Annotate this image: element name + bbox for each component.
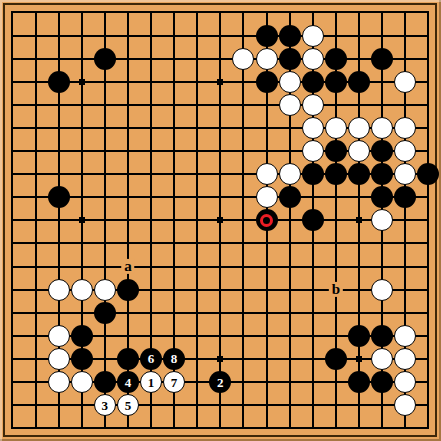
- white-stone[interactable]: [256, 186, 278, 208]
- black-stone[interactable]: [371, 371, 393, 393]
- white-stone[interactable]: [394, 140, 416, 162]
- black-stone[interactable]: [371, 163, 393, 185]
- white-stone[interactable]: [302, 48, 324, 70]
- white-stone[interactable]: [394, 163, 416, 185]
- white-stone[interactable]: [371, 117, 393, 139]
- star-point: [79, 217, 85, 223]
- black-stone[interactable]: [325, 163, 347, 185]
- move-number: 2: [217, 376, 224, 389]
- white-stone[interactable]: [48, 279, 70, 301]
- white-stone[interactable]: [279, 71, 301, 93]
- black-stone[interactable]: [325, 348, 347, 370]
- move-number: 7: [171, 376, 178, 389]
- white-stone[interactable]: [256, 163, 278, 185]
- move-number: 5: [125, 399, 132, 412]
- black-stone[interactable]: [302, 71, 324, 93]
- white-stone[interactable]: [48, 371, 70, 393]
- white-stone[interactable]: [302, 25, 324, 47]
- red-circle-marker: [260, 214, 273, 227]
- black-stone[interactable]: [279, 48, 301, 70]
- move-number: 8: [171, 352, 178, 365]
- white-stone[interactable]: [371, 209, 393, 231]
- white-stone[interactable]: 7: [163, 371, 185, 393]
- white-stone[interactable]: 5: [117, 394, 139, 416]
- white-stone[interactable]: [232, 48, 254, 70]
- black-stone[interactable]: [417, 163, 439, 185]
- black-stone[interactable]: [279, 25, 301, 47]
- black-stone[interactable]: [325, 140, 347, 162]
- black-stone[interactable]: [256, 25, 278, 47]
- white-stone[interactable]: [325, 117, 347, 139]
- black-stone[interactable]: [325, 71, 347, 93]
- black-stone[interactable]: [371, 325, 393, 347]
- black-stone[interactable]: [371, 140, 393, 162]
- black-stone[interactable]: [348, 325, 370, 347]
- go-board-diagram: 68417235ab: [0, 0, 441, 441]
- black-stone[interactable]: [394, 186, 416, 208]
- star-point: [79, 79, 85, 85]
- white-stone[interactable]: 1: [140, 371, 162, 393]
- white-stone[interactable]: [348, 117, 370, 139]
- black-stone[interactable]: [48, 71, 70, 93]
- white-stone[interactable]: [279, 94, 301, 116]
- white-stone[interactable]: [394, 325, 416, 347]
- black-stone[interactable]: [117, 348, 139, 370]
- grid-line-vertical: [427, 11, 429, 429]
- move-number: 4: [125, 376, 132, 389]
- label-b[interactable]: b: [329, 281, 343, 296]
- move-number: 6: [148, 352, 155, 365]
- white-stone[interactable]: [48, 325, 70, 347]
- white-stone[interactable]: [394, 348, 416, 370]
- black-stone[interactable]: [256, 209, 278, 231]
- white-stone[interactable]: [371, 279, 393, 301]
- grid-line-vertical: [242, 11, 244, 429]
- black-stone[interactable]: [94, 302, 116, 324]
- black-stone[interactable]: [94, 48, 116, 70]
- black-stone[interactable]: [302, 209, 324, 231]
- black-stone[interactable]: [94, 371, 116, 393]
- white-stone[interactable]: [256, 48, 278, 70]
- grid-line-horizontal: [11, 427, 429, 429]
- black-stone[interactable]: [256, 71, 278, 93]
- white-stone[interactable]: [71, 279, 93, 301]
- move-number: 1: [148, 376, 155, 389]
- white-stone[interactable]: [48, 348, 70, 370]
- black-stone[interactable]: 8: [163, 348, 185, 370]
- white-stone[interactable]: [394, 394, 416, 416]
- white-stone[interactable]: [279, 163, 301, 185]
- label-a[interactable]: a: [121, 258, 135, 273]
- black-stone[interactable]: [302, 163, 324, 185]
- black-stone[interactable]: [48, 186, 70, 208]
- black-stone[interactable]: [348, 371, 370, 393]
- black-stone[interactable]: 2: [209, 371, 231, 393]
- black-stone[interactable]: [325, 48, 347, 70]
- white-stone[interactable]: [71, 371, 93, 393]
- star-point: [217, 217, 223, 223]
- white-stone[interactable]: [394, 71, 416, 93]
- black-stone[interactable]: [348, 163, 370, 185]
- move-number: 3: [102, 399, 109, 412]
- grid-line-horizontal: [11, 242, 429, 244]
- grid-line-horizontal: [11, 266, 429, 268]
- star-point: [356, 356, 362, 362]
- white-stone[interactable]: 3: [94, 394, 116, 416]
- grid-line-horizontal: [11, 312, 429, 314]
- white-stone[interactable]: [302, 140, 324, 162]
- white-stone[interactable]: [302, 117, 324, 139]
- white-stone[interactable]: [394, 117, 416, 139]
- black-stone[interactable]: 4: [117, 371, 139, 393]
- black-stone[interactable]: [371, 48, 393, 70]
- black-stone[interactable]: [71, 348, 93, 370]
- star-point: [217, 79, 223, 85]
- white-stone[interactable]: [348, 140, 370, 162]
- white-stone[interactable]: [302, 94, 324, 116]
- black-stone[interactable]: [348, 71, 370, 93]
- white-stone[interactable]: [94, 279, 116, 301]
- star-point: [356, 217, 362, 223]
- black-stone[interactable]: [117, 279, 139, 301]
- go-board[interactable]: 68417235ab: [0, 0, 441, 441]
- black-stone[interactable]: [279, 186, 301, 208]
- black-stone[interactable]: [71, 325, 93, 347]
- star-point: [217, 356, 223, 362]
- black-stone[interactable]: [371, 186, 393, 208]
- white-stone[interactable]: [394, 371, 416, 393]
- grid-line-horizontal: [11, 404, 429, 406]
- black-stone[interactable]: 6: [140, 348, 162, 370]
- white-stone[interactable]: [371, 348, 393, 370]
